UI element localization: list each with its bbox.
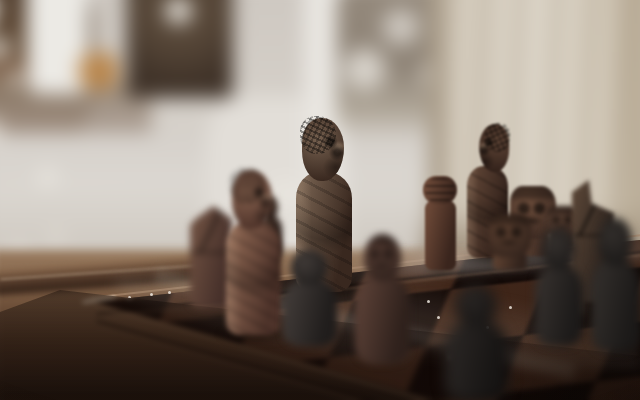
dust-sparkle — [532, 208, 535, 211]
dust-sparkle — [427, 300, 430, 303]
dust-sparkle — [449, 356, 452, 359]
dust-sparkle — [168, 291, 171, 294]
dust-sparkle — [128, 296, 131, 299]
dust-sparkle — [520, 212, 523, 215]
dust-sparkle — [471, 368, 474, 371]
dust-sparkle — [150, 293, 153, 296]
dust-sparkle — [486, 326, 489, 329]
dust-sparkle — [458, 338, 461, 341]
dust-sparkle — [509, 306, 512, 309]
chessboard — [0, 0, 640, 400]
dust-sparkle — [437, 316, 440, 319]
photo-chess-scene — [0, 0, 640, 400]
light-reflection-right — [571, 243, 585, 315]
